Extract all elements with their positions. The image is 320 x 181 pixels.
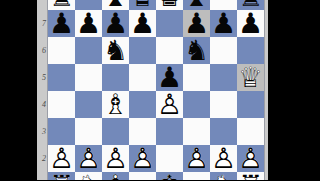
video-frame: 765432 ♜♝♛♚♝♜♟♟♟♟♟♟♟♞♞♟♛♕♝♗♟♙♟♙♟♙♟♙♟♙♟♙♟…	[0, 0, 320, 180]
square-f6[interactable]: ♞	[183, 37, 210, 64]
white-rook-piece: ♜♖	[238, 172, 263, 181]
square-f3[interactable]	[183, 118, 210, 145]
square-a7[interactable]: ♟	[48, 10, 75, 37]
letterbox-right	[268, 0, 320, 180]
square-e6[interactable]	[156, 37, 183, 64]
square-a3[interactable]	[48, 118, 75, 145]
square-b6[interactable]	[75, 37, 102, 64]
square-h3[interactable]	[237, 118, 264, 145]
square-h7[interactable]: ♟	[237, 10, 264, 37]
square-a5[interactable]	[48, 64, 75, 91]
square-d5[interactable]	[129, 64, 156, 91]
square-a6[interactable]	[48, 37, 75, 64]
white-knight-piece: ♞♘	[211, 172, 236, 181]
square-h4[interactable]	[237, 91, 264, 118]
square-g7[interactable]: ♟	[210, 10, 237, 37]
rank-label-2: 2	[37, 145, 46, 172]
square-c7[interactable]: ♟	[102, 10, 129, 37]
square-e2[interactable]	[156, 145, 183, 172]
rank-label-5: 5	[37, 64, 46, 91]
square-g3[interactable]	[210, 118, 237, 145]
square-f5[interactable]	[183, 64, 210, 91]
chess-board: ♜♝♛♚♝♜♟♟♟♟♟♟♟♞♞♟♛♕♝♗♟♙♟♙♟♙♟♙♟♙♟♙♟♙♟♙♜♖♞♘…	[48, 0, 264, 180]
square-e7[interactable]	[156, 10, 183, 37]
square-d2[interactable]: ♟♙	[129, 145, 156, 172]
rank-coordinates: 765432	[37, 0, 47, 180]
black-knight-piece: ♞	[103, 37, 128, 65]
rank-label-4: 4	[37, 91, 46, 118]
black-pawn-piece: ♟	[49, 10, 74, 38]
square-c3[interactable]	[102, 118, 129, 145]
letterbox-left	[0, 0, 37, 180]
white-bishop-piece: ♝♗	[103, 172, 128, 181]
square-a1[interactable]: ♜♖	[48, 172, 75, 180]
black-king-piece: ♚	[157, 0, 182, 11]
square-h2[interactable]: ♟♙	[237, 145, 264, 172]
square-c5[interactable]	[102, 64, 129, 91]
square-b2[interactable]: ♟♙	[75, 145, 102, 172]
square-c1[interactable]: ♝♗	[102, 172, 129, 180]
square-c6[interactable]: ♞	[102, 37, 129, 64]
square-a2[interactable]: ♟♙	[48, 145, 75, 172]
square-e8[interactable]: ♚	[156, 0, 183, 10]
square-e5[interactable]: ♟	[156, 64, 183, 91]
rank-label-6: 6	[37, 37, 46, 64]
square-e1[interactable]: ♚♔	[156, 172, 183, 180]
square-d1[interactable]	[129, 172, 156, 180]
white-bishop-piece: ♝♗	[103, 91, 128, 119]
square-f1[interactable]	[183, 172, 210, 180]
square-h1[interactable]: ♜♖	[237, 172, 264, 180]
square-h6[interactable]	[237, 37, 264, 64]
square-d3[interactable]	[129, 118, 156, 145]
rank-label-7: 7	[37, 10, 46, 37]
square-e3[interactable]	[156, 118, 183, 145]
square-b7[interactable]: ♟	[75, 10, 102, 37]
rank-label-3: 3	[37, 118, 46, 145]
square-g5[interactable]	[210, 64, 237, 91]
square-a4[interactable]	[48, 91, 75, 118]
white-pawn-piece: ♟♙	[184, 145, 209, 173]
square-c2[interactable]: ♟♙	[102, 145, 129, 172]
square-f2[interactable]: ♟♙	[183, 145, 210, 172]
white-rook-piece: ♜♖	[49, 172, 74, 181]
white-pawn-piece: ♟♙	[157, 91, 182, 119]
square-b1[interactable]: ♞♘	[75, 172, 102, 180]
white-king-piece: ♚♔	[157, 172, 182, 181]
square-f4[interactable]	[183, 91, 210, 118]
square-g4[interactable]	[210, 91, 237, 118]
white-pawn-piece: ♟♙	[130, 145, 155, 173]
square-f7[interactable]: ♟	[183, 10, 210, 37]
white-knight-piece: ♞♘	[76, 172, 101, 181]
square-h5[interactable]: ♛♕	[237, 64, 264, 91]
square-d7[interactable]: ♟	[129, 10, 156, 37]
black-pawn-piece: ♟	[76, 10, 101, 38]
square-d6[interactable]	[129, 37, 156, 64]
black-pawn-piece: ♟	[130, 10, 155, 38]
square-g2[interactable]: ♟♙	[210, 145, 237, 172]
square-b5[interactable]	[75, 64, 102, 91]
square-c4[interactable]: ♝♗	[102, 91, 129, 118]
square-e4[interactable]: ♟♙	[156, 91, 183, 118]
square-g1[interactable]: ♞♘	[210, 172, 237, 180]
square-d4[interactable]	[129, 91, 156, 118]
square-b3[interactable]	[75, 118, 102, 145]
black-pawn-piece: ♟	[238, 10, 263, 38]
black-pawn-piece: ♟	[211, 10, 236, 38]
black-knight-piece: ♞	[184, 37, 209, 65]
square-g6[interactable]	[210, 37, 237, 64]
white-queen-piece: ♛♕	[238, 64, 263, 92]
square-b4[interactable]	[75, 91, 102, 118]
